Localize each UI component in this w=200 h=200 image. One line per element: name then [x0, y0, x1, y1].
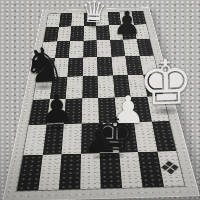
square-d4[interactable]: [82, 76, 98, 98]
square-h2[interactable]: [152, 121, 177, 151]
square-c5[interactable]: [67, 57, 83, 76]
square-d5[interactable]: [82, 57, 97, 76]
square-d6[interactable]: [83, 40, 97, 57]
square-c6[interactable]: [69, 41, 84, 58]
square-e5[interactable]: [97, 57, 113, 76]
square-e6[interactable]: [97, 40, 112, 57]
square-b1[interactable]: [38, 154, 62, 190]
square-b8[interactable]: [59, 13, 72, 26]
square-c1[interactable]: [59, 153, 81, 189]
piece-black-knight-a5[interactable]: ♞: [21, 40, 66, 90]
piece-black-king-e2[interactable]: ♚: [94, 110, 137, 157]
piece-black-pawn-f7[interactable]: ♟: [113, 7, 142, 39]
board-photo: ❖ Checkers ♛♟♞♚♟♟♟♚: [0, 0, 200, 200]
piece-black-pawn-b3[interactable]: ♟: [38, 88, 75, 129]
piece-white-king-h3[interactable]: ♚: [137, 51, 195, 115]
piece-white-queen-d8[interactable]: ♛: [80, 0, 108, 27]
